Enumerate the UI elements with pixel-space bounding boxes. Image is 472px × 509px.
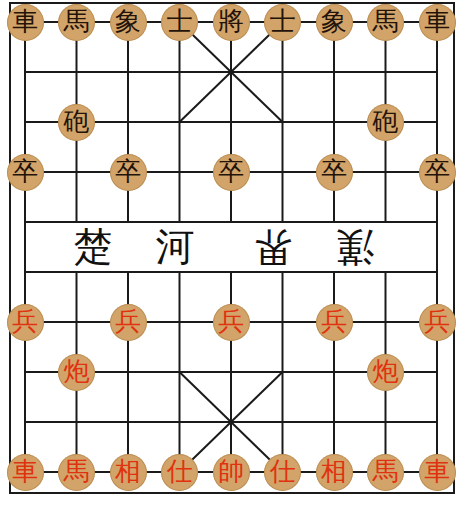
board-point: 兵 (102, 297, 154, 347)
board-point (154, 197, 206, 247)
board-point: 車 (0, 0, 51, 47)
board-point (257, 297, 309, 347)
piece-red-chariot[interactable]: 車 (419, 454, 456, 491)
board-point (360, 397, 412, 447)
board-point (360, 247, 412, 297)
piece-red-elephant[interactable]: 相 (110, 454, 147, 491)
piece-red-cannon[interactable]: 炮 (58, 354, 95, 391)
board-point: 兵 (205, 297, 257, 347)
piece-red-chariot[interactable]: 車 (7, 454, 44, 491)
piece-black-horse[interactable]: 馬 (58, 4, 95, 41)
board-point (51, 147, 103, 197)
board-point: 馬 (51, 0, 103, 47)
board-point: 卒 (0, 147, 51, 197)
board-point: 卒 (102, 147, 154, 197)
board-point (102, 397, 154, 447)
board-point (154, 147, 206, 197)
piece-red-cannon[interactable]: 炮 (367, 354, 404, 391)
board-point (0, 197, 51, 247)
board-point (411, 197, 463, 247)
piece-red-soldier[interactable]: 兵 (110, 304, 147, 341)
board-point (205, 397, 257, 447)
piece-black-general[interactable]: 將 (213, 4, 250, 41)
board-point (154, 47, 206, 97)
piece-black-soldier[interactable]: 卒 (213, 154, 250, 191)
piece-red-advisor[interactable]: 仕 (264, 454, 301, 491)
piece-black-soldier[interactable]: 卒 (419, 154, 456, 191)
board-point (102, 347, 154, 397)
board-point (205, 197, 257, 247)
board-point (257, 47, 309, 97)
board-point: 馬 (360, 0, 412, 47)
board-point (205, 97, 257, 147)
board-point: 馬 (51, 447, 103, 497)
piece-black-soldier[interactable]: 卒 (316, 154, 353, 191)
piece-red-elephant[interactable]: 相 (316, 454, 353, 491)
board-point: 兵 (0, 297, 51, 347)
board-point: 馬 (360, 447, 412, 497)
board-point (308, 347, 360, 397)
board-point (360, 147, 412, 197)
board-point (205, 347, 257, 397)
board-point: 士 (154, 0, 206, 47)
piece-black-elephant[interactable]: 象 (110, 4, 147, 41)
piece-red-soldier[interactable]: 兵 (213, 304, 250, 341)
board-point: 炮 (360, 347, 412, 397)
board-point (102, 97, 154, 147)
board-point (51, 397, 103, 447)
piece-red-general[interactable]: 帥 (213, 454, 250, 491)
board-point: 帥 (205, 447, 257, 497)
board-point (257, 147, 309, 197)
board-point (205, 47, 257, 97)
board-point (411, 347, 463, 397)
piece-red-soldier[interactable]: 兵 (7, 304, 44, 341)
board-point: 相 (102, 447, 154, 497)
board-point (51, 47, 103, 97)
board-point (308, 197, 360, 247)
board-point: 卒 (411, 147, 463, 197)
board-point: 卒 (308, 147, 360, 197)
piece-red-horse[interactable]: 馬 (367, 454, 404, 491)
board-point: 兵 (308, 297, 360, 347)
board-point (411, 397, 463, 447)
board-point (0, 347, 51, 397)
board-point (360, 47, 412, 97)
board-point: 車 (411, 0, 463, 47)
board-point (308, 47, 360, 97)
piece-black-advisor[interactable]: 士 (264, 4, 301, 41)
piece-red-horse[interactable]: 馬 (58, 454, 95, 491)
board-point (257, 197, 309, 247)
board-point: 車 (0, 447, 51, 497)
board-point: 兵 (411, 297, 463, 347)
pieces-layer: 車馬象士將士象馬車砲砲卒卒卒卒卒兵兵兵兵兵炮炮車馬相仕帥仕相馬車 (0, 0, 463, 497)
board-point (308, 397, 360, 447)
piece-black-soldier[interactable]: 卒 (110, 154, 147, 191)
board-point: 將 (205, 0, 257, 47)
board-point: 相 (308, 447, 360, 497)
board-point (411, 247, 463, 297)
piece-black-cannon[interactable]: 砲 (58, 104, 95, 141)
board-point: 士 (257, 0, 309, 47)
board-point (154, 247, 206, 297)
board-point (102, 247, 154, 297)
board-point: 仕 (154, 447, 206, 497)
piece-red-advisor[interactable]: 仕 (161, 454, 198, 491)
board-point (0, 47, 51, 97)
piece-red-soldier[interactable]: 兵 (316, 304, 353, 341)
board-point: 車 (411, 447, 463, 497)
board-point (154, 397, 206, 447)
piece-black-chariot[interactable]: 車 (7, 4, 44, 41)
board-point (308, 97, 360, 147)
board-point (154, 347, 206, 397)
piece-black-horse[interactable]: 馬 (367, 4, 404, 41)
board-point: 炮 (51, 347, 103, 397)
board-point: 卒 (205, 147, 257, 197)
board-point (102, 47, 154, 97)
board-point (360, 197, 412, 247)
board-point (257, 97, 309, 147)
xiangqi-board: 楚 河 界 漢 車馬象士將士象馬車砲砲卒卒卒卒卒兵兵兵兵兵炮炮車馬相仕帥仕相馬車 (0, 0, 472, 509)
board-point (308, 247, 360, 297)
board-point (205, 247, 257, 297)
piece-red-soldier[interactable]: 兵 (419, 304, 456, 341)
board-point (0, 397, 51, 447)
piece-black-soldier[interactable]: 卒 (7, 154, 44, 191)
board-point (51, 297, 103, 347)
board-point (154, 297, 206, 347)
board-point (154, 97, 206, 147)
piece-black-cannon[interactable]: 砲 (367, 104, 404, 141)
board-point (257, 247, 309, 297)
board-point: 象 (308, 0, 360, 47)
board-point: 砲 (51, 97, 103, 147)
board-point (51, 197, 103, 247)
board-point (360, 297, 412, 347)
piece-black-advisor[interactable]: 士 (161, 4, 198, 41)
board-point (102, 197, 154, 247)
board-point (411, 97, 463, 147)
board-point: 仕 (257, 447, 309, 497)
board-point (411, 47, 463, 97)
board-point (257, 397, 309, 447)
piece-black-chariot[interactable]: 車 (419, 4, 456, 41)
piece-black-elephant[interactable]: 象 (316, 4, 353, 41)
board-point (0, 97, 51, 147)
board-point (51, 247, 103, 297)
board-point: 象 (102, 0, 154, 47)
board-point (0, 247, 51, 297)
board-point: 砲 (360, 97, 412, 147)
board-point (257, 347, 309, 397)
